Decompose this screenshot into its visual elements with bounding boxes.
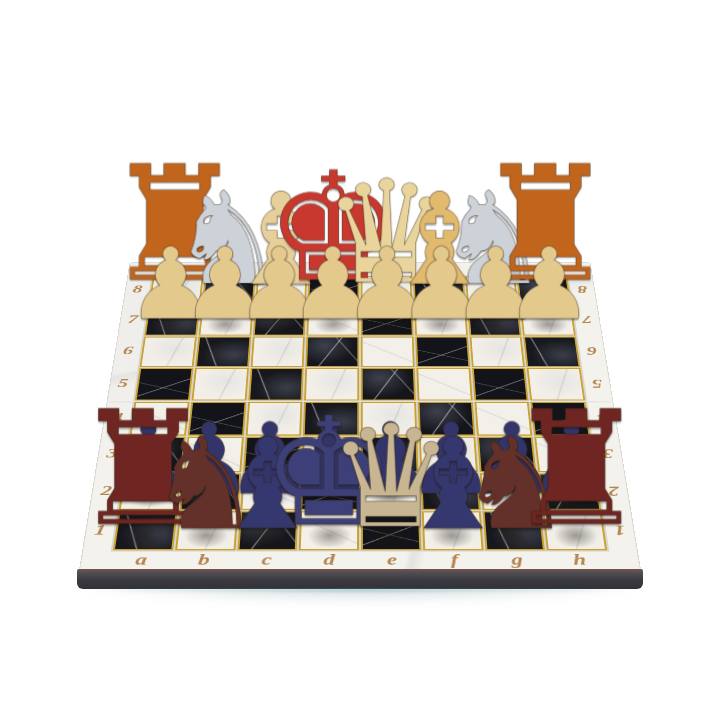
square-h7[interactable]: ♟ (520, 306, 576, 336)
square-h1[interactable]: ♜ (543, 511, 607, 550)
product-photo-stage: ♜♞♝♚♛♝♞♜♟♟♟♟♟♟♟♟♟♟♟♟♟♟♟♟♜♞♝♚♛♝♞♜ 1122334… (0, 0, 720, 720)
piece-crusader-pawn[interactable]: ♟ (471, 235, 627, 334)
square-h6[interactable] (523, 336, 580, 367)
square-b6[interactable] (195, 336, 251, 367)
squares: ♜♞♝♚♛♝♞♜♟♟♟♟♟♟♟♟♟♟♟♟♟♟♟♟♜♞♝♚♛♝♞♜ (111, 275, 610, 551)
file-label-d: d (317, 552, 341, 568)
file-label-f: f (442, 552, 467, 568)
chess-board: ♜♞♝♚♛♝♞♜♟♟♟♟♟♟♟♟♟♟♟♟♟♟♟♟♜♞♝♚♛♝♞♜ 1122334… (80, 263, 640, 570)
square-c6[interactable] (250, 336, 305, 367)
file-label-h: h (567, 552, 593, 568)
scene: ♜♞♝♚♛♝♞♜♟♟♟♟♟♟♟♟♟♟♟♟♟♟♟♟♜♞♝♚♛♝♞♜ 1122334… (0, 0, 720, 720)
square-a6[interactable] (140, 336, 197, 367)
square-g6[interactable] (469, 336, 525, 367)
rank-label-right-6: 6 (581, 345, 604, 357)
square-f6[interactable] (415, 336, 470, 367)
board-side-edge (77, 569, 643, 589)
file-label-e: e (380, 552, 404, 568)
file-label-g: g (504, 552, 529, 568)
file-label-b: b (191, 552, 216, 568)
rank-label-left-6: 6 (117, 345, 140, 357)
file-label-c: c (254, 552, 279, 568)
square-e6[interactable] (361, 336, 415, 367)
square-d6[interactable] (306, 336, 360, 367)
piece-saracen-rook[interactable]: ♜ (488, 390, 666, 548)
file-label-a: a (128, 552, 154, 568)
